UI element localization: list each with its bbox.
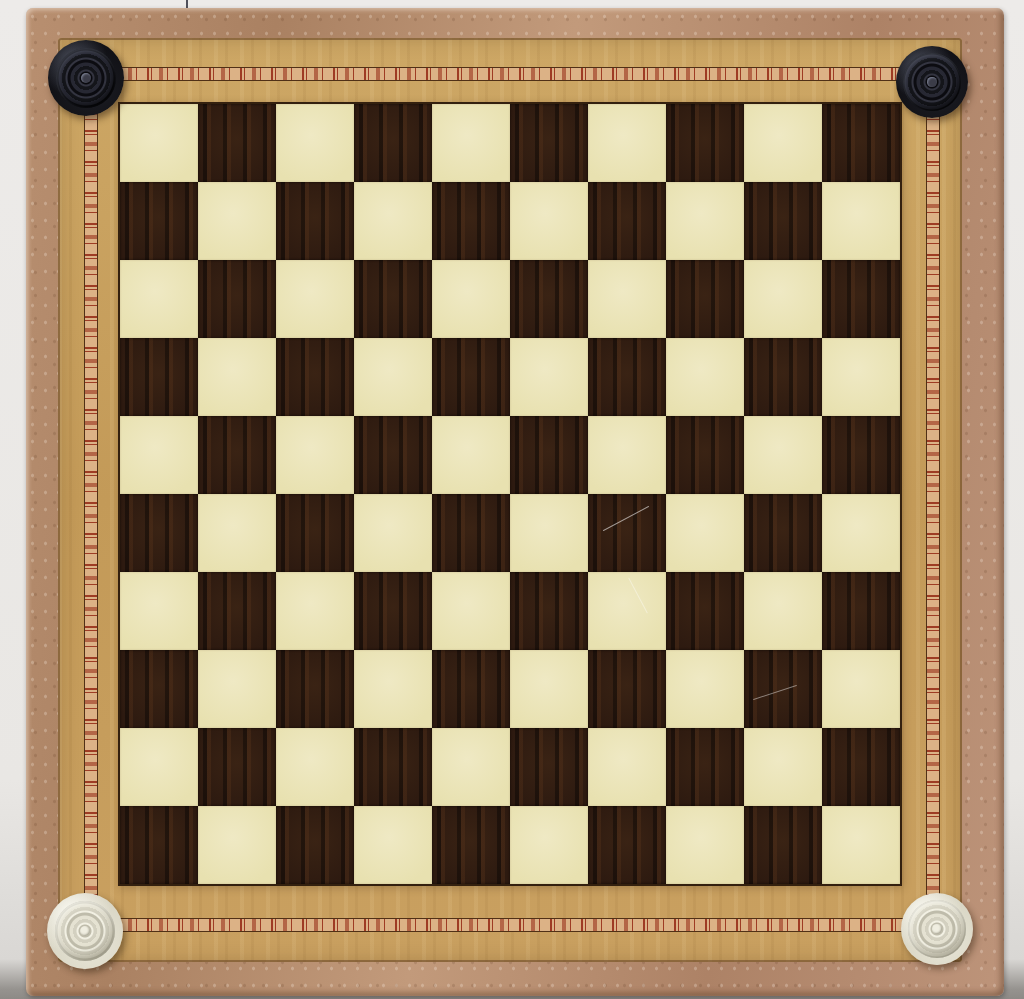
square-r9c8[interactable] [666,728,744,806]
square-r5c2[interactable] [198,416,276,494]
square-r2c5[interactable] [432,182,510,260]
square-r10c9[interactable] [744,806,822,884]
square-r6c7[interactable] [588,494,666,572]
square-r10c7[interactable] [588,806,666,884]
square-r8c3[interactable] [276,650,354,728]
checker-black-frame-top-left[interactable] [48,40,124,116]
square-r2c2[interactable] [198,182,276,260]
square-r10c6[interactable] [510,806,588,884]
square-r8c1[interactable] [120,650,198,728]
square-r3c3[interactable] [276,260,354,338]
square-r7c9[interactable] [744,572,822,650]
square-r1c3[interactable] [276,104,354,182]
square-r3c2[interactable] [198,260,276,338]
square-r1c4[interactable] [354,104,432,182]
square-r2c9[interactable] [744,182,822,260]
square-r6c4[interactable] [354,494,432,572]
square-r4c10[interactable] [822,338,900,416]
square-r3c8[interactable] [666,260,744,338]
square-r10c4[interactable] [354,806,432,884]
checker-black-frame-top-right[interactable] [896,46,968,118]
square-r7c8[interactable] [666,572,744,650]
square-r2c7[interactable] [588,182,666,260]
square-r2c6[interactable] [510,182,588,260]
square-r7c6[interactable] [510,572,588,650]
square-r5c5[interactable] [432,416,510,494]
square-r7c3[interactable] [276,572,354,650]
square-r6c3[interactable] [276,494,354,572]
square-r8c7[interactable] [588,650,666,728]
photo-background [0,0,1024,999]
square-r10c10[interactable] [822,806,900,884]
square-r6c5[interactable] [432,494,510,572]
square-r5c10[interactable] [822,416,900,494]
square-r8c10[interactable] [822,650,900,728]
square-r7c2[interactable] [198,572,276,650]
square-r5c4[interactable] [354,416,432,494]
square-r4c3[interactable] [276,338,354,416]
checker-center-nub [80,926,90,936]
square-r10c5[interactable] [432,806,510,884]
board [118,102,902,886]
square-r4c1[interactable] [120,338,198,416]
square-r1c1[interactable] [120,104,198,182]
square-r3c7[interactable] [588,260,666,338]
square-r10c8[interactable] [666,806,744,884]
square-r7c5[interactable] [432,572,510,650]
square-r5c1[interactable] [120,416,198,494]
square-r9c5[interactable] [432,728,510,806]
square-r10c3[interactable] [276,806,354,884]
square-r4c5[interactable] [432,338,510,416]
checker-center-nub [932,924,941,933]
square-r6c2[interactable] [198,494,276,572]
square-r8c2[interactable] [198,650,276,728]
square-r9c7[interactable] [588,728,666,806]
square-r5c6[interactable] [510,416,588,494]
checker-center-nub [927,77,936,86]
square-r5c3[interactable] [276,416,354,494]
square-r1c6[interactable] [510,104,588,182]
square-r9c3[interactable] [276,728,354,806]
square-r1c9[interactable] [744,104,822,182]
square-r6c1[interactable] [120,494,198,572]
square-r3c5[interactable] [432,260,510,338]
checker-white-frame-bottom-right[interactable] [901,893,973,965]
square-r2c8[interactable] [666,182,744,260]
square-r7c7[interactable] [588,572,666,650]
square-r3c9[interactable] [744,260,822,338]
square-r3c4[interactable] [354,260,432,338]
square-r7c10[interactable] [822,572,900,650]
square-r10c2[interactable] [198,806,276,884]
square-r2c10[interactable] [822,182,900,260]
square-r9c1[interactable] [120,728,198,806]
square-r2c1[interactable] [120,182,198,260]
square-r9c9[interactable] [744,728,822,806]
square-r7c4[interactable] [354,572,432,650]
square-r8c5[interactable] [432,650,510,728]
square-r4c2[interactable] [198,338,276,416]
checker-white-frame-bottom-left[interactable] [47,893,123,969]
square-r8c6[interactable] [510,650,588,728]
inlay-band-right [926,67,940,930]
square-r6c10[interactable] [822,494,900,572]
square-r1c5[interactable] [432,104,510,182]
square-r5c8[interactable] [666,416,744,494]
square-r3c1[interactable] [120,260,198,338]
square-r4c7[interactable] [588,338,666,416]
square-r8c4[interactable] [354,650,432,728]
square-r7c1[interactable] [120,572,198,650]
square-r6c6[interactable] [510,494,588,572]
square-r9c6[interactable] [510,728,588,806]
square-r8c8[interactable] [666,650,744,728]
square-r5c9[interactable] [744,416,822,494]
square-r4c8[interactable] [666,338,744,416]
square-r9c4[interactable] [354,728,432,806]
square-r6c9[interactable] [744,494,822,572]
square-r2c4[interactable] [354,182,432,260]
square-r9c2[interactable] [198,728,276,806]
square-r10c1[interactable] [120,806,198,884]
square-r4c4[interactable] [354,338,432,416]
square-r9c10[interactable] [822,728,900,806]
square-r4c6[interactable] [510,338,588,416]
square-r1c2[interactable] [198,104,276,182]
inlay-band-bottom [84,918,940,932]
square-r1c10[interactable] [822,104,900,182]
square-r3c10[interactable] [822,260,900,338]
inlay-band-top [84,67,940,81]
square-r2c3[interactable] [276,182,354,260]
inlay-band-left [84,67,98,930]
square-r1c8[interactable] [666,104,744,182]
square-r5c7[interactable] [588,416,666,494]
square-r4c9[interactable] [744,338,822,416]
square-r3c6[interactable] [510,260,588,338]
checker-center-nub [81,73,91,83]
square-r6c8[interactable] [666,494,744,572]
square-r1c7[interactable] [588,104,666,182]
